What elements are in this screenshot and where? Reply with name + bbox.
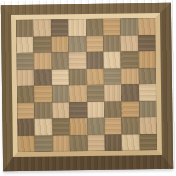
square-e6[interactable]: [86, 52, 104, 69]
square-d4[interactable]: [69, 85, 87, 102]
square-a4[interactable]: [17, 86, 35, 103]
square-h1[interactable]: [139, 134, 157, 151]
square-c3[interactable]: [52, 102, 70, 119]
square-d1[interactable]: [70, 135, 88, 152]
square-b3[interactable]: [35, 102, 53, 119]
square-e4[interactable]: [86, 85, 104, 102]
square-g8[interactable]: [120, 18, 138, 35]
square-g1[interactable]: [122, 134, 140, 151]
square-e2[interactable]: [87, 118, 105, 135]
square-h3[interactable]: [139, 101, 157, 118]
square-c5[interactable]: [51, 69, 69, 86]
square-f5[interactable]: [104, 68, 122, 85]
square-c6[interactable]: [51, 52, 69, 69]
square-b5[interactable]: [34, 69, 52, 86]
square-a7[interactable]: [16, 36, 34, 53]
square-h2[interactable]: [139, 117, 157, 134]
square-a8[interactable]: [16, 20, 34, 37]
square-h4[interactable]: [139, 84, 157, 101]
square-a3[interactable]: [17, 102, 35, 119]
square-g3[interactable]: [121, 101, 139, 118]
square-d3[interactable]: [69, 102, 87, 119]
square-e1[interactable]: [87, 134, 105, 151]
board-trim: [11, 13, 162, 157]
square-h7[interactable]: [138, 35, 156, 52]
square-d8[interactable]: [68, 19, 86, 36]
square-f7[interactable]: [103, 35, 121, 52]
square-d7[interactable]: [68, 36, 86, 53]
square-g5[interactable]: [121, 68, 139, 85]
square-f3[interactable]: [104, 101, 122, 118]
square-c1[interactable]: [52, 135, 70, 152]
square-h6[interactable]: [138, 51, 156, 68]
square-e8[interactable]: [86, 19, 104, 36]
square-a5[interactable]: [17, 69, 35, 86]
chess-board: [16, 18, 157, 152]
product-photo: [0, 0, 176, 176]
square-b6[interactable]: [34, 52, 52, 69]
square-b1[interactable]: [35, 135, 53, 152]
square-e5[interactable]: [86, 68, 104, 85]
square-b8[interactable]: [33, 19, 51, 36]
square-b4[interactable]: [34, 85, 52, 102]
square-g6[interactable]: [121, 51, 139, 68]
square-b7[interactable]: [34, 36, 52, 53]
square-h5[interactable]: [138, 68, 156, 85]
square-d6[interactable]: [69, 52, 87, 69]
square-d5[interactable]: [69, 69, 87, 86]
square-f8[interactable]: [103, 19, 121, 36]
square-d2[interactable]: [70, 118, 88, 135]
square-e7[interactable]: [86, 35, 104, 52]
square-c8[interactable]: [51, 19, 69, 36]
chess-board-frame: [1, 3, 173, 171]
square-e3[interactable]: [87, 101, 105, 118]
square-a1[interactable]: [18, 135, 36, 152]
square-h8[interactable]: [138, 18, 156, 35]
square-c4[interactable]: [52, 85, 70, 102]
square-c7[interactable]: [51, 36, 69, 53]
square-c2[interactable]: [52, 118, 70, 135]
square-a6[interactable]: [17, 53, 35, 70]
square-g2[interactable]: [122, 117, 140, 134]
square-b2[interactable]: [35, 118, 53, 135]
square-g7[interactable]: [121, 35, 139, 52]
square-f1[interactable]: [105, 134, 123, 151]
square-g4[interactable]: [121, 84, 139, 101]
square-a2[interactable]: [17, 119, 35, 136]
square-f4[interactable]: [104, 85, 122, 102]
square-f6[interactable]: [103, 52, 121, 69]
square-f2[interactable]: [104, 118, 122, 135]
